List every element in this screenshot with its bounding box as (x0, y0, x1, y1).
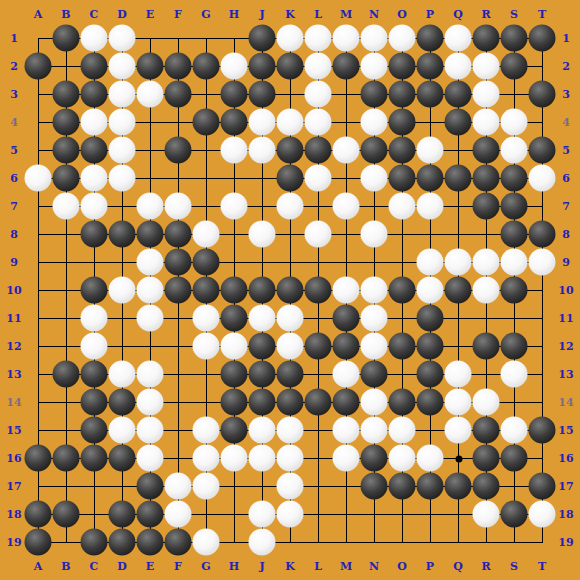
intersection-M2[interactable] (332, 52, 360, 80)
intersection-A7[interactable] (24, 192, 52, 220)
intersection-K13[interactable] (276, 360, 304, 388)
intersection-T16[interactable] (528, 444, 556, 472)
intersection-N2[interactable] (360, 52, 388, 80)
intersection-B11[interactable] (52, 304, 80, 332)
intersection-N4[interactable] (360, 108, 388, 136)
intersection-S10[interactable] (500, 276, 528, 304)
intersection-Q9[interactable] (444, 248, 472, 276)
intersection-N9[interactable] (360, 248, 388, 276)
intersection-C10[interactable] (80, 276, 108, 304)
intersection-O14[interactable] (388, 388, 416, 416)
intersection-C14[interactable] (80, 388, 108, 416)
intersection-G15[interactable] (192, 416, 220, 444)
intersection-G11[interactable] (192, 304, 220, 332)
intersection-O9[interactable] (388, 248, 416, 276)
intersection-A14[interactable] (24, 388, 52, 416)
intersection-E16[interactable] (136, 444, 164, 472)
intersection-M9[interactable] (332, 248, 360, 276)
intersection-J14[interactable] (248, 388, 276, 416)
intersection-O3[interactable] (388, 80, 416, 108)
intersection-L16[interactable] (304, 444, 332, 472)
intersection-D9[interactable] (108, 248, 136, 276)
intersection-M13[interactable] (332, 360, 360, 388)
intersection-R5[interactable] (472, 136, 500, 164)
intersection-A5[interactable] (24, 136, 52, 164)
intersection-N5[interactable] (360, 136, 388, 164)
intersection-R10[interactable] (472, 276, 500, 304)
intersection-R3[interactable] (472, 80, 500, 108)
intersection-A19[interactable] (24, 528, 52, 556)
intersection-K4[interactable] (276, 108, 304, 136)
intersection-K18[interactable] (276, 500, 304, 528)
intersection-H6[interactable] (220, 164, 248, 192)
intersection-A4[interactable] (24, 108, 52, 136)
intersection-F16[interactable] (164, 444, 192, 472)
intersection-O2[interactable] (388, 52, 416, 80)
intersection-B16[interactable] (52, 444, 80, 472)
intersection-F18[interactable] (164, 500, 192, 528)
intersection-O10[interactable] (388, 276, 416, 304)
intersection-H9[interactable] (220, 248, 248, 276)
intersection-L5[interactable] (304, 136, 332, 164)
intersection-D12[interactable] (108, 332, 136, 360)
intersection-A17[interactable] (24, 472, 52, 500)
intersection-R9[interactable] (472, 248, 500, 276)
intersection-P4[interactable] (416, 108, 444, 136)
intersection-C7[interactable] (80, 192, 108, 220)
intersection-D8[interactable] (108, 220, 136, 248)
intersection-E5[interactable] (136, 136, 164, 164)
intersection-D5[interactable] (108, 136, 136, 164)
intersection-N12[interactable] (360, 332, 388, 360)
intersection-J3[interactable] (248, 80, 276, 108)
intersection-A9[interactable] (24, 248, 52, 276)
intersection-P12[interactable] (416, 332, 444, 360)
intersection-D10[interactable] (108, 276, 136, 304)
intersection-T7[interactable] (528, 192, 556, 220)
intersection-S2[interactable] (500, 52, 528, 80)
intersection-J12[interactable] (248, 332, 276, 360)
intersection-K2[interactable] (276, 52, 304, 80)
intersection-H3[interactable] (220, 80, 248, 108)
intersection-F4[interactable] (164, 108, 192, 136)
intersection-D3[interactable] (108, 80, 136, 108)
intersection-K19[interactable] (276, 528, 304, 556)
intersection-P11[interactable] (416, 304, 444, 332)
intersection-L14[interactable] (304, 388, 332, 416)
intersection-Q1[interactable] (444, 24, 472, 52)
intersection-F17[interactable] (164, 472, 192, 500)
intersection-N3[interactable] (360, 80, 388, 108)
intersection-H18[interactable] (220, 500, 248, 528)
intersection-F12[interactable] (164, 332, 192, 360)
intersection-G9[interactable] (192, 248, 220, 276)
intersection-E1[interactable] (136, 24, 164, 52)
intersection-K11[interactable] (276, 304, 304, 332)
intersection-P14[interactable] (416, 388, 444, 416)
intersection-H13[interactable] (220, 360, 248, 388)
intersection-E11[interactable] (136, 304, 164, 332)
intersection-O8[interactable] (388, 220, 416, 248)
intersection-S12[interactable] (500, 332, 528, 360)
intersection-H5[interactable] (220, 136, 248, 164)
intersection-G7[interactable] (192, 192, 220, 220)
intersection-O5[interactable] (388, 136, 416, 164)
intersection-R14[interactable] (472, 388, 500, 416)
intersection-P6[interactable] (416, 164, 444, 192)
intersection-O6[interactable] (388, 164, 416, 192)
intersection-T5[interactable] (528, 136, 556, 164)
intersection-Q12[interactable] (444, 332, 472, 360)
intersection-G14[interactable] (192, 388, 220, 416)
intersection-A16[interactable] (24, 444, 52, 472)
intersection-A8[interactable] (24, 220, 52, 248)
intersection-N16[interactable] (360, 444, 388, 472)
intersection-H8[interactable] (220, 220, 248, 248)
board-grid[interactable] (24, 24, 556, 556)
intersection-L17[interactable] (304, 472, 332, 500)
intersection-Q8[interactable] (444, 220, 472, 248)
intersection-G8[interactable] (192, 220, 220, 248)
intersection-R1[interactable] (472, 24, 500, 52)
intersection-J10[interactable] (248, 276, 276, 304)
intersection-T15[interactable] (528, 416, 556, 444)
intersection-Q2[interactable] (444, 52, 472, 80)
intersection-H10[interactable] (220, 276, 248, 304)
intersection-H15[interactable] (220, 416, 248, 444)
intersection-E6[interactable] (136, 164, 164, 192)
intersection-Q14[interactable] (444, 388, 472, 416)
intersection-F2[interactable] (164, 52, 192, 80)
intersection-K3[interactable] (276, 80, 304, 108)
intersection-Q13[interactable] (444, 360, 472, 388)
intersection-S19[interactable] (500, 528, 528, 556)
intersection-L18[interactable] (304, 500, 332, 528)
intersection-A15[interactable] (24, 416, 52, 444)
intersection-Q7[interactable] (444, 192, 472, 220)
intersection-G19[interactable] (192, 528, 220, 556)
intersection-N7[interactable] (360, 192, 388, 220)
intersection-M5[interactable] (332, 136, 360, 164)
intersection-L8[interactable] (304, 220, 332, 248)
intersection-E17[interactable] (136, 472, 164, 500)
intersection-A6[interactable] (24, 164, 52, 192)
intersection-N18[interactable] (360, 500, 388, 528)
intersection-G16[interactable] (192, 444, 220, 472)
intersection-R8[interactable] (472, 220, 500, 248)
intersection-B13[interactable] (52, 360, 80, 388)
intersection-M15[interactable] (332, 416, 360, 444)
intersection-N11[interactable] (360, 304, 388, 332)
intersection-C18[interactable] (80, 500, 108, 528)
intersection-H1[interactable] (220, 24, 248, 52)
intersection-F19[interactable] (164, 528, 192, 556)
intersection-T8[interactable] (528, 220, 556, 248)
intersection-F15[interactable] (164, 416, 192, 444)
intersection-S16[interactable] (500, 444, 528, 472)
intersection-O12[interactable] (388, 332, 416, 360)
intersection-M10[interactable] (332, 276, 360, 304)
intersection-P9[interactable] (416, 248, 444, 276)
intersection-E15[interactable] (136, 416, 164, 444)
intersection-N1[interactable] (360, 24, 388, 52)
intersection-T12[interactable] (528, 332, 556, 360)
intersection-Q3[interactable] (444, 80, 472, 108)
intersection-N13[interactable] (360, 360, 388, 388)
intersection-P16[interactable] (416, 444, 444, 472)
intersection-R16[interactable] (472, 444, 500, 472)
intersection-R12[interactable] (472, 332, 500, 360)
intersection-M1[interactable] (332, 24, 360, 52)
intersection-H7[interactable] (220, 192, 248, 220)
intersection-G3[interactable] (192, 80, 220, 108)
intersection-D11[interactable] (108, 304, 136, 332)
intersection-T11[interactable] (528, 304, 556, 332)
intersection-T13[interactable] (528, 360, 556, 388)
intersection-H2[interactable] (220, 52, 248, 80)
intersection-J4[interactable] (248, 108, 276, 136)
intersection-E18[interactable] (136, 500, 164, 528)
intersection-T19[interactable] (528, 528, 556, 556)
intersection-F11[interactable] (164, 304, 192, 332)
intersection-D14[interactable] (108, 388, 136, 416)
intersection-S17[interactable] (500, 472, 528, 500)
intersection-K7[interactable] (276, 192, 304, 220)
intersection-L9[interactable] (304, 248, 332, 276)
intersection-T14[interactable] (528, 388, 556, 416)
intersection-J1[interactable] (248, 24, 276, 52)
intersection-J2[interactable] (248, 52, 276, 80)
intersection-D16[interactable] (108, 444, 136, 472)
intersection-P18[interactable] (416, 500, 444, 528)
intersection-O17[interactable] (388, 472, 416, 500)
intersection-M6[interactable] (332, 164, 360, 192)
intersection-M11[interactable] (332, 304, 360, 332)
intersection-O19[interactable] (388, 528, 416, 556)
intersection-B3[interactable] (52, 80, 80, 108)
intersection-H14[interactable] (220, 388, 248, 416)
intersection-O18[interactable] (388, 500, 416, 528)
intersection-B5[interactable] (52, 136, 80, 164)
intersection-D15[interactable] (108, 416, 136, 444)
intersection-P8[interactable] (416, 220, 444, 248)
intersection-G18[interactable] (192, 500, 220, 528)
intersection-T3[interactable] (528, 80, 556, 108)
intersection-E7[interactable] (136, 192, 164, 220)
intersection-L2[interactable] (304, 52, 332, 80)
intersection-J8[interactable] (248, 220, 276, 248)
intersection-R17[interactable] (472, 472, 500, 500)
intersection-O1[interactable] (388, 24, 416, 52)
intersection-H19[interactable] (220, 528, 248, 556)
intersection-C17[interactable] (80, 472, 108, 500)
intersection-L10[interactable] (304, 276, 332, 304)
intersection-M8[interactable] (332, 220, 360, 248)
intersection-J7[interactable] (248, 192, 276, 220)
intersection-J17[interactable] (248, 472, 276, 500)
intersection-Q18[interactable] (444, 500, 472, 528)
intersection-M18[interactable] (332, 500, 360, 528)
intersection-K17[interactable] (276, 472, 304, 500)
intersection-K12[interactable] (276, 332, 304, 360)
intersection-K16[interactable] (276, 444, 304, 472)
intersection-Q11[interactable] (444, 304, 472, 332)
intersection-C13[interactable] (80, 360, 108, 388)
intersection-D19[interactable] (108, 528, 136, 556)
intersection-F7[interactable] (164, 192, 192, 220)
intersection-E8[interactable] (136, 220, 164, 248)
intersection-M17[interactable] (332, 472, 360, 500)
intersection-T9[interactable] (528, 248, 556, 276)
intersection-F10[interactable] (164, 276, 192, 304)
intersection-L12[interactable] (304, 332, 332, 360)
intersection-S14[interactable] (500, 388, 528, 416)
intersection-E13[interactable] (136, 360, 164, 388)
intersection-S13[interactable] (500, 360, 528, 388)
intersection-P7[interactable] (416, 192, 444, 220)
intersection-Q4[interactable] (444, 108, 472, 136)
intersection-Q5[interactable] (444, 136, 472, 164)
intersection-E19[interactable] (136, 528, 164, 556)
intersection-Q17[interactable] (444, 472, 472, 500)
intersection-B4[interactable] (52, 108, 80, 136)
intersection-T10[interactable] (528, 276, 556, 304)
intersection-C2[interactable] (80, 52, 108, 80)
intersection-P3[interactable] (416, 80, 444, 108)
intersection-K10[interactable] (276, 276, 304, 304)
intersection-A12[interactable] (24, 332, 52, 360)
intersection-B1[interactable] (52, 24, 80, 52)
intersection-Q6[interactable] (444, 164, 472, 192)
intersection-C15[interactable] (80, 416, 108, 444)
intersection-J5[interactable] (248, 136, 276, 164)
intersection-M19[interactable] (332, 528, 360, 556)
intersection-D1[interactable] (108, 24, 136, 52)
intersection-A2[interactable] (24, 52, 52, 80)
intersection-R2[interactable] (472, 52, 500, 80)
intersection-P2[interactable] (416, 52, 444, 80)
intersection-E12[interactable] (136, 332, 164, 360)
intersection-C6[interactable] (80, 164, 108, 192)
intersection-R18[interactable] (472, 500, 500, 528)
intersection-P10[interactable] (416, 276, 444, 304)
intersection-R7[interactable] (472, 192, 500, 220)
intersection-J9[interactable] (248, 248, 276, 276)
intersection-T6[interactable] (528, 164, 556, 192)
intersection-B18[interactable] (52, 500, 80, 528)
intersection-O15[interactable] (388, 416, 416, 444)
intersection-B7[interactable] (52, 192, 80, 220)
intersection-P19[interactable] (416, 528, 444, 556)
intersection-D2[interactable] (108, 52, 136, 80)
intersection-M7[interactable] (332, 192, 360, 220)
intersection-R13[interactable] (472, 360, 500, 388)
intersection-F5[interactable] (164, 136, 192, 164)
intersection-F13[interactable] (164, 360, 192, 388)
intersection-F9[interactable] (164, 248, 192, 276)
intersection-Q16[interactable] (444, 444, 472, 472)
intersection-B10[interactable] (52, 276, 80, 304)
intersection-K9[interactable] (276, 248, 304, 276)
intersection-J18[interactable] (248, 500, 276, 528)
intersection-C8[interactable] (80, 220, 108, 248)
intersection-B17[interactable] (52, 472, 80, 500)
intersection-J6[interactable] (248, 164, 276, 192)
intersection-N15[interactable] (360, 416, 388, 444)
intersection-O4[interactable] (388, 108, 416, 136)
intersection-A10[interactable] (24, 276, 52, 304)
intersection-D18[interactable] (108, 500, 136, 528)
intersection-K6[interactable] (276, 164, 304, 192)
intersection-G12[interactable] (192, 332, 220, 360)
intersection-R19[interactable] (472, 528, 500, 556)
intersection-C12[interactable] (80, 332, 108, 360)
intersection-T18[interactable] (528, 500, 556, 528)
intersection-P13[interactable] (416, 360, 444, 388)
intersection-L11[interactable] (304, 304, 332, 332)
intersection-G17[interactable] (192, 472, 220, 500)
intersection-B19[interactable] (52, 528, 80, 556)
intersection-B2[interactable] (52, 52, 80, 80)
intersection-N6[interactable] (360, 164, 388, 192)
intersection-L7[interactable] (304, 192, 332, 220)
intersection-T17[interactable] (528, 472, 556, 500)
intersection-R4[interactable] (472, 108, 500, 136)
intersection-G13[interactable] (192, 360, 220, 388)
intersection-M14[interactable] (332, 388, 360, 416)
intersection-J13[interactable] (248, 360, 276, 388)
intersection-L3[interactable] (304, 80, 332, 108)
intersection-S3[interactable] (500, 80, 528, 108)
intersection-N8[interactable] (360, 220, 388, 248)
intersection-K14[interactable] (276, 388, 304, 416)
intersection-O16[interactable] (388, 444, 416, 472)
intersection-H12[interactable] (220, 332, 248, 360)
intersection-C3[interactable] (80, 80, 108, 108)
intersection-A11[interactable] (24, 304, 52, 332)
intersection-D7[interactable] (108, 192, 136, 220)
intersection-L4[interactable] (304, 108, 332, 136)
intersection-M3[interactable] (332, 80, 360, 108)
intersection-T2[interactable] (528, 52, 556, 80)
intersection-P17[interactable] (416, 472, 444, 500)
intersection-S1[interactable] (500, 24, 528, 52)
intersection-R11[interactable] (472, 304, 500, 332)
intersection-F14[interactable] (164, 388, 192, 416)
intersection-E9[interactable] (136, 248, 164, 276)
intersection-E4[interactable] (136, 108, 164, 136)
intersection-C19[interactable] (80, 528, 108, 556)
intersection-T1[interactable] (528, 24, 556, 52)
intersection-S6[interactable] (500, 164, 528, 192)
intersection-F3[interactable] (164, 80, 192, 108)
intersection-L6[interactable] (304, 164, 332, 192)
intersection-A18[interactable] (24, 500, 52, 528)
intersection-K1[interactable] (276, 24, 304, 52)
intersection-N14[interactable] (360, 388, 388, 416)
intersection-L1[interactable] (304, 24, 332, 52)
intersection-D6[interactable] (108, 164, 136, 192)
intersection-S8[interactable] (500, 220, 528, 248)
intersection-S7[interactable] (500, 192, 528, 220)
intersection-A13[interactable] (24, 360, 52, 388)
intersection-L15[interactable] (304, 416, 332, 444)
intersection-N10[interactable] (360, 276, 388, 304)
intersection-J19[interactable] (248, 528, 276, 556)
intersection-K8[interactable] (276, 220, 304, 248)
intersection-R6[interactable] (472, 164, 500, 192)
intersection-P5[interactable] (416, 136, 444, 164)
